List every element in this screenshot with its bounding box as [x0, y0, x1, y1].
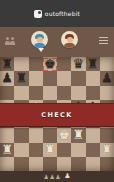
red-player-face	[67, 37, 73, 43]
captured-pieces-tray: ♟♟♟	[44, 174, 62, 180]
square-h1[interactable]	[100, 157, 114, 171]
top-bar: outofthebit	[0, 0, 114, 27]
square-c7[interactable]	[29, 71, 43, 85]
square-b3[interactable]	[14, 128, 28, 142]
square-e2[interactable]	[57, 143, 71, 157]
square-d8[interactable]: ♚	[43, 57, 57, 71]
square-a8[interactable]: ♜	[0, 57, 14, 71]
square-b1[interactable]	[14, 157, 28, 171]
square-h6[interactable]	[100, 86, 114, 100]
square-f6[interactable]	[71, 86, 85, 100]
check-highlight-corner	[43, 58, 48, 63]
square-d6[interactable]	[43, 86, 57, 100]
hamburger-menu-icon[interactable]	[99, 37, 108, 44]
square-h7[interactable]: ♟	[100, 71, 114, 85]
white-rook-h2[interactable]: ♜	[101, 143, 113, 156]
square-f3[interactable]: ♜	[71, 128, 85, 142]
square-b2[interactable]	[14, 143, 28, 157]
blue-player-face	[37, 37, 43, 43]
check-highlight-corner	[43, 66, 48, 71]
square-a1[interactable]	[0, 157, 14, 171]
square-a7[interactable]: ♟	[0, 71, 14, 85]
white-rook-d2[interactable]: ♜	[44, 143, 56, 156]
white-rook-f3[interactable]: ♜	[73, 128, 85, 141]
square-g8[interactable]: ♜	[86, 57, 100, 71]
square-b6[interactable]	[14, 86, 28, 100]
square-a6[interactable]	[0, 86, 14, 100]
black-pawn-h7[interactable]: ♟	[101, 71, 113, 84]
square-c3[interactable]	[29, 128, 43, 142]
square-g3[interactable]	[86, 128, 100, 142]
player-bar	[0, 27, 114, 57]
black-pawn-a7[interactable]: ♟	[1, 71, 13, 84]
square-h2[interactable]: ♜	[100, 143, 114, 157]
square-g7[interactable]	[86, 71, 100, 85]
square-h3[interactable]	[100, 128, 114, 142]
square-g6[interactable]	[86, 86, 100, 100]
square-f7[interactable]	[71, 71, 85, 85]
square-d1[interactable]	[43, 157, 57, 171]
square-c2[interactable]	[29, 143, 43, 157]
outofthebit-logo-text: outofthebit	[45, 10, 80, 17]
square-g1[interactable]	[86, 157, 100, 171]
square-d3[interactable]	[43, 128, 57, 142]
black-rook-b7[interactable]: ♜	[16, 71, 28, 84]
square-f8[interactable]: ♛	[71, 57, 85, 71]
square-c8[interactable]	[29, 57, 43, 71]
square-c1[interactable]	[29, 157, 43, 171]
black-rook-g8[interactable]: ♜	[87, 57, 99, 70]
square-h8[interactable]	[100, 57, 114, 71]
square-c6[interactable]	[29, 86, 43, 100]
square-e6[interactable]	[57, 86, 71, 100]
square-b8[interactable]	[14, 57, 28, 71]
captured-piece-icon: ♟	[64, 173, 70, 180]
check-banner: CHECK	[0, 103, 114, 127]
black-rook-a8[interactable]: ♜	[1, 57, 13, 70]
square-d2[interactable]: ♜	[43, 143, 57, 157]
square-a3[interactable]	[0, 128, 14, 142]
square-g2[interactable]	[86, 143, 100, 157]
square-a2[interactable]: ♜	[0, 143, 14, 157]
app-screen: outofthebit ♜♚♛♜♟♜♟♟♟♟♟♟♟♚♜♜♜♜ CHECK ♟♟♟…	[0, 0, 114, 182]
players-icon[interactable]	[5, 37, 16, 45]
square-d7[interactable]	[43, 71, 57, 85]
square-e7[interactable]	[57, 71, 71, 85]
check-highlight-corner	[52, 66, 57, 71]
check-highlight-corner	[52, 58, 57, 63]
white-rook-a2[interactable]: ♜	[1, 143, 13, 156]
square-e3[interactable]: ♚	[57, 128, 71, 142]
square-f2[interactable]	[71, 143, 85, 157]
turn-indicator-triangle	[38, 48, 44, 52]
white-king-e3[interactable]: ♚	[58, 128, 70, 141]
square-f1[interactable]	[71, 157, 85, 171]
avatar-red-player[interactable]	[61, 31, 78, 48]
square-e8[interactable]	[57, 57, 71, 71]
check-banner-label: CHECK	[41, 111, 72, 119]
avatar-blue-player[interactable]	[31, 31, 48, 48]
bottom-bar: ♟♟♟ ♟	[0, 171, 114, 182]
square-e1[interactable]	[57, 157, 71, 171]
black-queen-f8[interactable]: ♛	[73, 57, 85, 70]
red-player-body	[64, 43, 75, 48]
square-b7[interactable]: ♜	[14, 71, 28, 85]
outofthebit-logo-icon	[34, 10, 42, 18]
